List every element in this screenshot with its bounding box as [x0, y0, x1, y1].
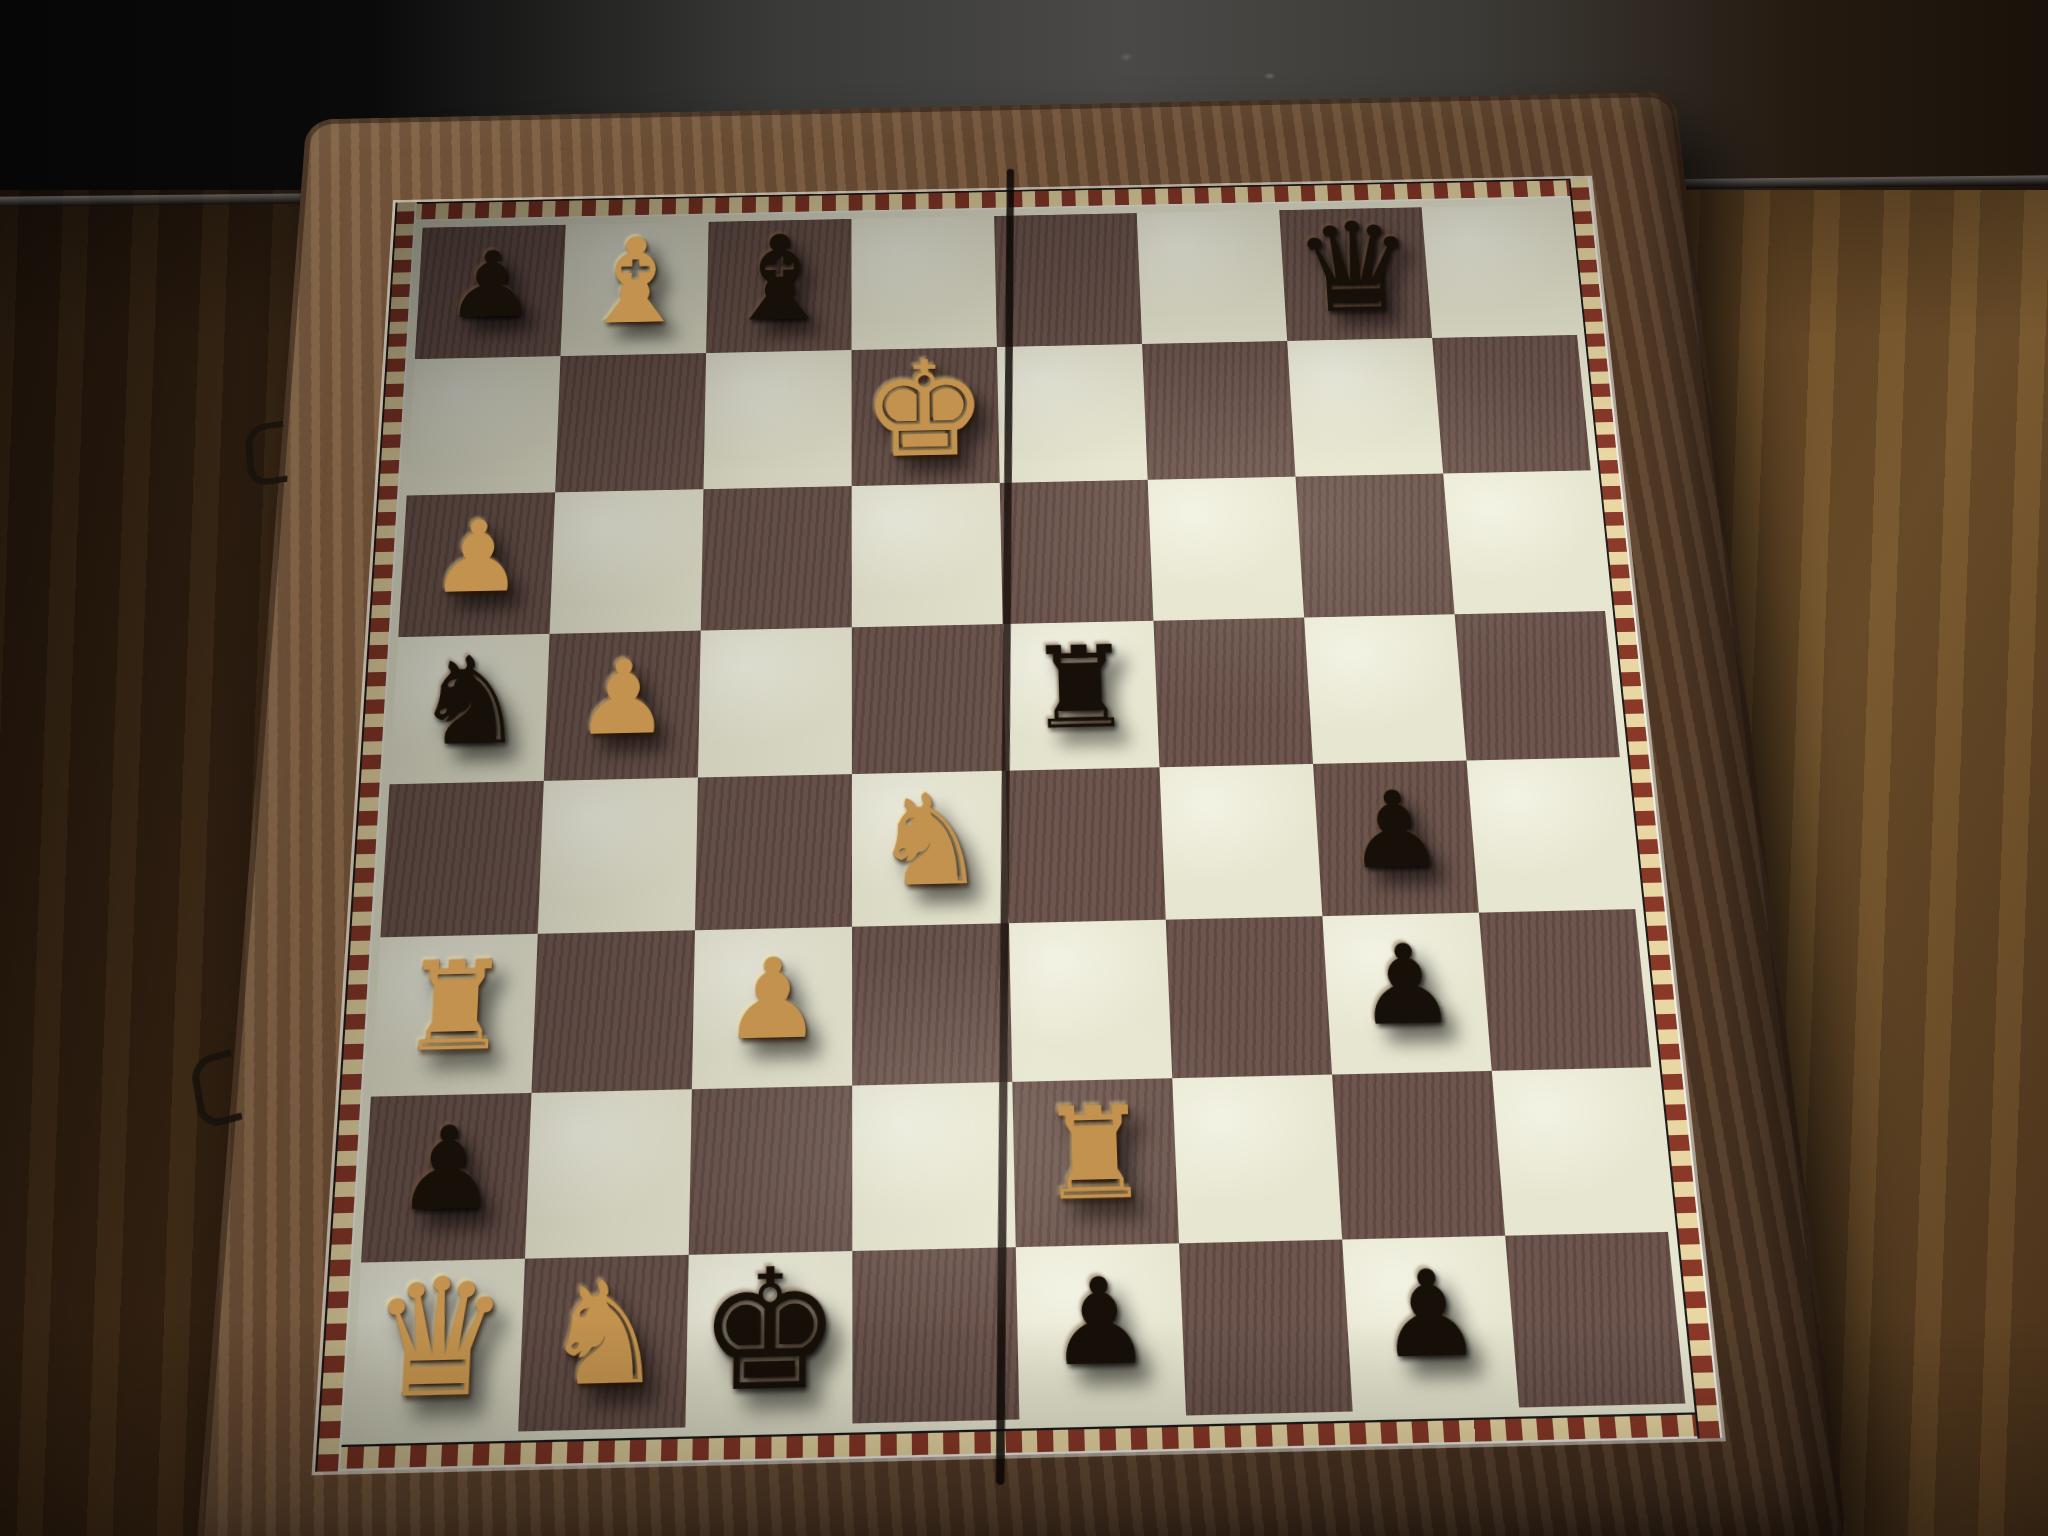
square-h6[interactable]: [1443, 470, 1605, 614]
square-d3[interactable]: [852, 923, 1012, 1085]
square-g4[interactable]: ♟: [1313, 761, 1479, 917]
square-d8[interactable]: [851, 216, 996, 350]
square-b7[interactable]: [555, 353, 706, 492]
square-b3[interactable]: [531, 930, 694, 1093]
square-g3[interactable]: ♟: [1322, 913, 1491, 1075]
piece-white-bishop-b8[interactable]: ♝: [576, 223, 694, 342]
square-c1[interactable]: ♚: [685, 1251, 852, 1427]
square-d4[interactable]: ♞: [852, 771, 1009, 927]
piece-white-pawn-c3[interactable]: ♟: [722, 943, 822, 1056]
square-f3[interactable]: [1166, 916, 1332, 1078]
square-c3[interactable]: ♟: [692, 927, 852, 1090]
piece-white-pawn-b5[interactable]: ♟: [574, 646, 672, 750]
square-h7[interactable]: [1432, 335, 1591, 474]
square-b1[interactable]: ♞: [518, 1255, 689, 1432]
square-e7[interactable]: [997, 344, 1148, 483]
square-c2[interactable]: [689, 1086, 853, 1255]
piece-black-pawn-a8[interactable]: ♟: [444, 238, 539, 331]
square-b4[interactable]: [538, 777, 698, 933]
square-a7[interactable]: [407, 356, 561, 495]
square-a4[interactable]: [380, 781, 543, 937]
square-a8[interactable]: ♟: [415, 225, 566, 359]
square-h8[interactable]: [1422, 204, 1577, 338]
square-f7[interactable]: [1142, 341, 1295, 480]
piece-white-rook-a3[interactable]: ♜: [397, 944, 513, 1070]
square-e6[interactable]: [1000, 480, 1154, 624]
photo-scene: { "game": "chess", "scene_type": "overhe…: [0, 0, 2048, 1536]
piece-white-queen-a1[interactable]: ♛: [365, 1255, 513, 1421]
square-g2[interactable]: [1332, 1071, 1505, 1240]
piece-white-pawn-a6[interactable]: ♟: [428, 507, 526, 607]
piece-black-rook-e5[interactable]: ♜: [1026, 630, 1135, 746]
square-g6[interactable]: [1295, 473, 1454, 617]
square-g1[interactable]: ♟: [1342, 1236, 1519, 1412]
square-c5[interactable]: [698, 627, 852, 777]
square-a3[interactable]: ♜: [371, 934, 538, 1097]
square-e4[interactable]: [1006, 767, 1166, 923]
square-d5[interactable]: [852, 624, 1006, 774]
square-e5[interactable]: ♜: [1003, 621, 1160, 771]
square-f2[interactable]: [1172, 1075, 1342, 1244]
square-h4[interactable]: [1467, 757, 1636, 912]
chess-board-grid: ♟♝♝♛♚♟♞♟♜♞♟♜♟♟♟♜♛♞♚♟♟: [351, 204, 1686, 1435]
board-playing-area: ♟♝♝♛♚♟♞♟♜♞♟♜♟♟♟♜♛♞♚♟♟: [315, 178, 1722, 1472]
square-e1[interactable]: ♟: [1016, 1243, 1186, 1419]
square-a2[interactable]: ♟: [361, 1093, 531, 1263]
square-e8[interactable]: [994, 213, 1142, 347]
square-h5[interactable]: [1455, 611, 1620, 761]
square-f5[interactable]: [1153, 618, 1313, 768]
piece-white-knight-b1[interactable]: ♞: [541, 1261, 668, 1406]
piece-black-pawn-g3[interactable]: ♟: [1353, 929, 1459, 1041]
square-b6[interactable]: [550, 489, 704, 634]
piece-black-queen-g8[interactable]: ♛: [1290, 205, 1420, 330]
square-e2[interactable]: ♜: [1012, 1078, 1179, 1247]
square-b8[interactable]: ♝: [561, 222, 709, 356]
square-a6[interactable]: ♟: [398, 492, 555, 637]
piece-black-bishop-c8[interactable]: ♝: [721, 220, 837, 339]
piece-black-pawn-g1[interactable]: ♟: [1374, 1253, 1485, 1375]
square-h3[interactable]: [1479, 909, 1651, 1071]
piece-black-knight-a5[interactable]: ♞: [411, 639, 530, 763]
square-f4[interactable]: [1159, 764, 1322, 920]
square-g7[interactable]: [1287, 338, 1443, 477]
square-f8[interactable]: [1137, 210, 1287, 344]
piece-black-pawn-a2[interactable]: ♟: [394, 1110, 501, 1228]
piece-white-king-d7[interactable]: ♚: [861, 342, 990, 476]
piece-white-rook-e2[interactable]: ♜: [1037, 1089, 1153, 1219]
square-d1[interactable]: [852, 1247, 1019, 1423]
square-c6[interactable]: [701, 486, 852, 631]
square-d6[interactable]: [852, 483, 1003, 627]
square-e3[interactable]: [1009, 920, 1172, 1082]
square-a5[interactable]: ♞: [390, 634, 550, 784]
piece-black-pawn-g4[interactable]: ♟: [1343, 776, 1447, 884]
clasp-hook-icon: [244, 421, 288, 488]
square-g5[interactable]: [1304, 614, 1466, 764]
square-h2[interactable]: [1492, 1067, 1668, 1235]
square-d2[interactable]: [852, 1082, 1016, 1251]
square-c7[interactable]: [703, 350, 851, 489]
piece-white-knight-d4[interactable]: ♞: [872, 776, 988, 904]
square-g8[interactable]: ♛: [1279, 207, 1432, 341]
square-f6[interactable]: [1148, 477, 1304, 621]
clasp-hook-icon: [189, 1049, 243, 1131]
square-f1[interactable]: [1179, 1240, 1353, 1416]
piece-black-pawn-e1[interactable]: ♟: [1047, 1261, 1154, 1383]
piece-black-king-c1[interactable]: ♚: [697, 1245, 842, 1415]
square-b2[interactable]: [525, 1089, 692, 1258]
board-scene: ♟♝♝♛♚♟♞♟♜♞♟♜♟♟♟♜♛♞♚♟♟: [0, 0, 2048, 1536]
square-c8[interactable]: ♝: [706, 219, 851, 353]
square-c4[interactable]: [695, 774, 852, 930]
wooden-board-frame: ♟♝♝♛♚♟♞♟♜♞♟♜♟♟♟♜♛♞♚♟♟: [193, 92, 1849, 1536]
board-perspective-wrapper: ♟♝♝♛♚♟♞♟♜♞♟♜♟♟♟♜♛♞♚♟♟: [193, 92, 1849, 1536]
square-d7[interactable]: ♚: [852, 347, 1000, 486]
square-b5[interactable]: ♟: [544, 631, 701, 781]
square-a1[interactable]: ♛: [351, 1259, 525, 1436]
square-h1[interactable]: [1505, 1232, 1685, 1408]
